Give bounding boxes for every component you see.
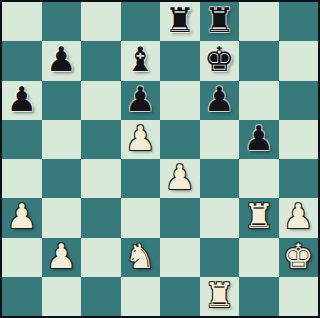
square-g2[interactable] — [239, 238, 279, 277]
square-a7[interactable] — [2, 41, 42, 80]
square-b1[interactable] — [42, 277, 82, 316]
square-a2[interactable] — [2, 238, 42, 277]
square-a5[interactable] — [2, 120, 42, 159]
square-f4[interactable] — [200, 159, 240, 198]
square-g5[interactable]: ♟ — [239, 120, 279, 159]
white-knight-d2[interactable]: ♞ — [125, 239, 155, 273]
square-a6[interactable]: ♟ — [2, 81, 42, 120]
square-e5[interactable] — [160, 120, 200, 159]
white-pawn-d5[interactable]: ♟ — [125, 121, 155, 155]
square-c5[interactable] — [81, 120, 121, 159]
square-a4[interactable] — [2, 159, 42, 198]
square-c7[interactable] — [81, 41, 121, 80]
square-b3[interactable] — [42, 198, 82, 237]
black-king-f7[interactable]: ♚ — [204, 42, 234, 76]
square-h3[interactable]: ♟ — [279, 198, 319, 237]
black-pawn-d6[interactable]: ♟ — [125, 82, 155, 116]
square-d2[interactable]: ♞ — [121, 238, 161, 277]
square-b4[interactable] — [42, 159, 82, 198]
square-e1[interactable] — [160, 277, 200, 316]
square-d7[interactable]: ♝ — [121, 41, 161, 80]
square-b6[interactable] — [42, 81, 82, 120]
square-c2[interactable] — [81, 238, 121, 277]
white-rook-f1[interactable]: ♜ — [204, 278, 234, 312]
square-f2[interactable] — [200, 238, 240, 277]
black-pawn-g5[interactable]: ♟ — [244, 121, 274, 155]
square-c3[interactable] — [81, 198, 121, 237]
square-e8[interactable]: ♜ — [160, 2, 200, 41]
black-rook-e8[interactable]: ♜ — [165, 3, 195, 37]
chess-board-frame: ♜♜♟♝♚♟♟♟♟♟♟♟♜♟♟♞♚♜ — [0, 0, 320, 318]
square-d3[interactable] — [121, 198, 161, 237]
square-e6[interactable] — [160, 81, 200, 120]
square-b2[interactable]: ♟ — [42, 238, 82, 277]
black-rook-f8[interactable]: ♜ — [204, 3, 234, 37]
square-a3[interactable]: ♟ — [2, 198, 42, 237]
square-d5[interactable]: ♟ — [121, 120, 161, 159]
square-c1[interactable] — [81, 277, 121, 316]
square-e2[interactable] — [160, 238, 200, 277]
square-f1[interactable]: ♜ — [200, 277, 240, 316]
square-e3[interactable] — [160, 198, 200, 237]
square-h8[interactable] — [279, 2, 319, 41]
black-pawn-f6[interactable]: ♟ — [204, 82, 234, 116]
square-g8[interactable] — [239, 2, 279, 41]
black-pawn-b7[interactable]: ♟ — [46, 42, 76, 76]
square-h5[interactable] — [279, 120, 319, 159]
square-f6[interactable]: ♟ — [200, 81, 240, 120]
square-b8[interactable] — [42, 2, 82, 41]
square-a1[interactable] — [2, 277, 42, 316]
square-d8[interactable] — [121, 2, 161, 41]
square-a8[interactable] — [2, 2, 42, 41]
square-g1[interactable] — [239, 277, 279, 316]
black-bishop-d7[interactable]: ♝ — [125, 42, 155, 76]
square-b5[interactable] — [42, 120, 82, 159]
white-pawn-b2[interactable]: ♟ — [46, 239, 76, 273]
square-f7[interactable]: ♚ — [200, 41, 240, 80]
square-g6[interactable] — [239, 81, 279, 120]
white-pawn-a3[interactable]: ♟ — [7, 199, 37, 233]
square-d6[interactable]: ♟ — [121, 81, 161, 120]
square-g7[interactable] — [239, 41, 279, 80]
square-f5[interactable] — [200, 120, 240, 159]
square-f8[interactable]: ♜ — [200, 2, 240, 41]
square-h1[interactable] — [279, 277, 319, 316]
square-c8[interactable] — [81, 2, 121, 41]
square-e4[interactable]: ♟ — [160, 159, 200, 198]
square-c4[interactable] — [81, 159, 121, 198]
square-h4[interactable] — [279, 159, 319, 198]
square-h2[interactable]: ♚ — [279, 238, 319, 277]
white-rook-g3[interactable]: ♜ — [244, 199, 274, 233]
square-d4[interactable] — [121, 159, 161, 198]
square-f3[interactable] — [200, 198, 240, 237]
black-pawn-a6[interactable]: ♟ — [7, 82, 37, 116]
square-e7[interactable] — [160, 41, 200, 80]
chess-board[interactable]: ♜♜♟♝♚♟♟♟♟♟♟♟♜♟♟♞♚♜ — [2, 2, 318, 316]
square-h6[interactable] — [279, 81, 319, 120]
square-c6[interactable] — [81, 81, 121, 120]
white-pawn-e4[interactable]: ♟ — [165, 160, 195, 194]
square-g3[interactable]: ♜ — [239, 198, 279, 237]
square-g4[interactable] — [239, 159, 279, 198]
square-b7[interactable]: ♟ — [42, 41, 82, 80]
square-h7[interactable] — [279, 41, 319, 80]
square-d1[interactable] — [121, 277, 161, 316]
white-king-h2[interactable]: ♚ — [283, 239, 313, 273]
white-pawn-h3[interactable]: ♟ — [283, 199, 313, 233]
